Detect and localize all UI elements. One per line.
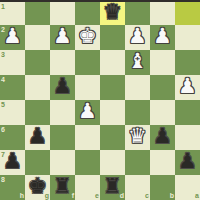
square-d5[interactable] (100, 100, 125, 125)
square-d4[interactable] (100, 75, 125, 100)
square-b8[interactable]: b (150, 175, 175, 200)
square-h8[interactable]: 8h (0, 175, 25, 200)
white-pawn-e5[interactable]: ♟ (78, 101, 97, 122)
square-a1[interactable] (175, 2, 200, 25)
square-g1[interactable] (25, 2, 50, 25)
file-label-b: b (170, 192, 174, 199)
black-pawn-h7[interactable]: ♟ (3, 151, 22, 172)
rank-label-8: 8 (1, 176, 5, 183)
file-label-h: h (20, 192, 24, 199)
square-g4[interactable] (25, 75, 50, 100)
square-b6[interactable]: ♟ (150, 125, 175, 150)
white-pawn-c2[interactable]: ♟ (128, 26, 147, 47)
square-d2[interactable] (100, 25, 125, 50)
square-d8[interactable]: d♜ (100, 175, 125, 200)
square-f5[interactable] (50, 100, 75, 125)
white-bishop-c3[interactable]: ♝ (128, 51, 147, 72)
square-a4[interactable]: ♟ (175, 75, 200, 100)
square-c1[interactable] (125, 2, 150, 25)
square-e2[interactable]: ♚ (75, 25, 100, 50)
square-h3[interactable]: 3 (0, 50, 25, 75)
white-pawn-b2[interactable]: ♟ (153, 26, 172, 47)
square-a8[interactable]: a (175, 175, 200, 200)
square-c8[interactable]: c (125, 175, 150, 200)
white-king-e2[interactable]: ♚ (78, 26, 97, 47)
square-c5[interactable] (125, 100, 150, 125)
square-h5[interactable]: 5 (0, 100, 25, 125)
black-pawn-g6[interactable]: ♟ (28, 126, 47, 147)
square-f2[interactable]: ♟ (50, 25, 75, 50)
rank-label-6: 6 (1, 126, 5, 133)
white-pawn-a4[interactable]: ♟ (178, 76, 197, 97)
square-g5[interactable] (25, 100, 50, 125)
square-h6[interactable]: 6 (0, 125, 25, 150)
square-b5[interactable] (150, 100, 175, 125)
square-a3[interactable] (175, 50, 200, 75)
square-d7[interactable] (100, 150, 125, 175)
square-a7[interactable]: ♟ (175, 150, 200, 175)
square-e1[interactable] (75, 2, 100, 25)
square-f3[interactable] (50, 50, 75, 75)
square-b7[interactable] (150, 150, 175, 175)
black-rook-f8[interactable]: ♜ (53, 176, 72, 197)
square-b4[interactable] (150, 75, 175, 100)
file-label-e: e (95, 192, 99, 199)
square-c6[interactable]: ♛ (125, 125, 150, 150)
black-queen-d1[interactable]: ♛ (103, 2, 122, 23)
square-h4[interactable]: 4 (0, 75, 25, 100)
black-king-g8[interactable]: ♚ (28, 176, 47, 197)
black-rook-d8[interactable]: ♜ (103, 176, 122, 197)
rank-label-4: 4 (1, 76, 5, 83)
square-a2[interactable] (175, 25, 200, 50)
square-g6[interactable]: ♟ (25, 125, 50, 150)
square-g2[interactable] (25, 25, 50, 50)
square-b3[interactable] (150, 50, 175, 75)
square-f1[interactable] (50, 2, 75, 25)
file-label-a: a (195, 192, 199, 199)
black-pawn-a7[interactable]: ♟ (178, 151, 197, 172)
rank-label-3: 3 (1, 51, 5, 58)
square-e7[interactable] (75, 150, 100, 175)
square-c3[interactable]: ♝ (125, 50, 150, 75)
square-g7[interactable] (25, 150, 50, 175)
square-f6[interactable] (50, 125, 75, 150)
square-b1[interactable] (150, 2, 175, 25)
square-h1[interactable]: 1 (0, 2, 25, 25)
white-pawn-f2[interactable]: ♟ (53, 26, 72, 47)
file-label-f: f (72, 192, 74, 199)
file-label-c: c (145, 192, 149, 199)
black-pawn-b6[interactable]: ♟ (153, 126, 172, 147)
chess-board: 1♛2♟♟♚♟♟3♝4♟♟5♟6♟♛♟7♟♟8hg♚f♜ed♜cba (0, 2, 200, 200)
square-f7[interactable] (50, 150, 75, 175)
square-b2[interactable]: ♟ (150, 25, 175, 50)
square-h7[interactable]: 7♟ (0, 150, 25, 175)
square-a5[interactable] (175, 100, 200, 125)
chess-app-screenshot: 1♛2♟♟♚♟♟3♝4♟♟5♟6♟♛♟7♟♟8hg♚f♜ed♜cba (0, 0, 200, 200)
square-g8[interactable]: g♚ (25, 175, 50, 200)
square-f8[interactable]: f♜ (50, 175, 75, 200)
square-g3[interactable] (25, 50, 50, 75)
square-e5[interactable]: ♟ (75, 100, 100, 125)
square-d3[interactable] (100, 50, 125, 75)
square-e4[interactable] (75, 75, 100, 100)
square-f4[interactable]: ♟ (50, 75, 75, 100)
black-pawn-f4[interactable]: ♟ (53, 76, 72, 97)
square-c7[interactable] (125, 150, 150, 175)
square-e6[interactable] (75, 125, 100, 150)
white-pawn-h2[interactable]: ♟ (3, 26, 22, 47)
square-h2[interactable]: 2♟ (0, 25, 25, 50)
square-a6[interactable] (175, 125, 200, 150)
square-e3[interactable] (75, 50, 100, 75)
rank-label-5: 5 (1, 101, 5, 108)
square-d1[interactable]: ♛ (100, 2, 125, 25)
rank-label-1: 1 (1, 3, 5, 10)
square-e8[interactable]: e (75, 175, 100, 200)
square-d6[interactable] (100, 125, 125, 150)
square-c2[interactable]: ♟ (125, 25, 150, 50)
white-queen-c6[interactable]: ♛ (128, 126, 147, 147)
square-c4[interactable] (125, 75, 150, 100)
